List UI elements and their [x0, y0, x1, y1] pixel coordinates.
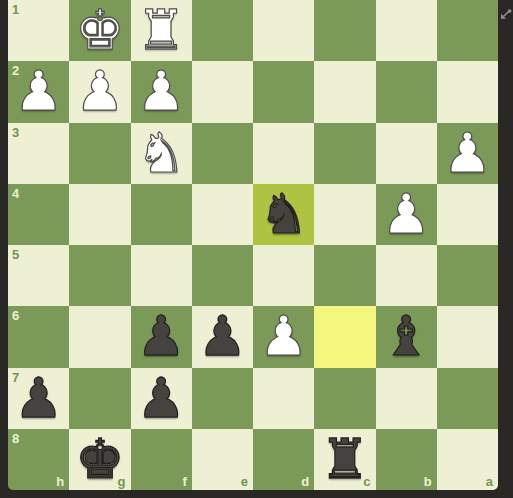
square-g5[interactable] [69, 245, 130, 306]
square-c2[interactable] [314, 61, 375, 122]
square-c6[interactable] [314, 306, 375, 367]
square-d1[interactable] [253, 0, 314, 61]
square-g1[interactable]: ♚ [69, 0, 130, 61]
file-label-a: a [486, 475, 493, 488]
square-f4[interactable] [131, 184, 192, 245]
square-g7[interactable] [69, 368, 130, 429]
square-c3[interactable] [314, 123, 375, 184]
square-h2[interactable]: 2♟ [8, 61, 69, 122]
piece-white-pawn-a3[interactable]: ♟ [437, 123, 498, 184]
piece-black-pawn-e6[interactable]: ♟ [192, 306, 253, 367]
square-b5[interactable] [376, 245, 437, 306]
rank-label-5: 5 [12, 248, 19, 261]
chess-board: 1♚♜2♟♟♟3♞♟4♞♟56♟♟♟♝7♟♟8hg♚fedc♜ba [8, 0, 498, 490]
square-d5[interactable] [253, 245, 314, 306]
file-label-h: h [56, 475, 64, 488]
square-e6[interactable]: ♟ [192, 306, 253, 367]
square-c4[interactable] [314, 184, 375, 245]
square-e5[interactable] [192, 245, 253, 306]
side-strip [498, 0, 513, 498]
square-a6[interactable] [437, 306, 498, 367]
piece-black-pawn-f6[interactable]: ♟ [131, 306, 192, 367]
square-h8[interactable]: 8h [8, 429, 69, 490]
piece-black-pawn-h7[interactable]: ♟ [8, 368, 69, 429]
square-h3[interactable]: 3 [8, 123, 69, 184]
square-d8[interactable]: d [253, 429, 314, 490]
square-e1[interactable] [192, 0, 253, 61]
square-a3[interactable]: ♟ [437, 123, 498, 184]
square-f3[interactable]: ♞ [131, 123, 192, 184]
rank-label-8: 8 [12, 432, 19, 445]
piece-black-knight-d4[interactable]: ♞ [253, 184, 314, 245]
square-a2[interactable] [437, 61, 498, 122]
piece-black-rook-c8[interactable]: ♜ [314, 429, 375, 490]
square-e8[interactable]: e [192, 429, 253, 490]
rank-label-3: 3 [12, 126, 19, 139]
square-f1[interactable]: ♜ [131, 0, 192, 61]
square-g4[interactable] [69, 184, 130, 245]
square-f6[interactable]: ♟ [131, 306, 192, 367]
file-label-d: d [301, 475, 309, 488]
file-label-f: f [182, 475, 186, 488]
square-a8[interactable]: a [437, 429, 498, 490]
square-f8[interactable]: f [131, 429, 192, 490]
board-frame: 1♚♜2♟♟♟3♞♟4♞♟56♟♟♟♝7♟♟8hg♚fedc♜ba [0, 0, 513, 498]
piece-black-pawn-f7[interactable]: ♟ [131, 368, 192, 429]
square-e7[interactable] [192, 368, 253, 429]
square-e2[interactable] [192, 61, 253, 122]
rank-label-6: 6 [12, 309, 19, 322]
square-h1[interactable]: 1 [8, 0, 69, 61]
square-f7[interactable]: ♟ [131, 368, 192, 429]
piece-white-rook-f1[interactable]: ♜ [131, 0, 192, 61]
square-b6[interactable]: ♝ [376, 306, 437, 367]
square-b7[interactable] [376, 368, 437, 429]
square-h6[interactable]: 6 [8, 306, 69, 367]
piece-black-king-g8[interactable]: ♚ [69, 429, 130, 490]
piece-black-bishop-b6[interactable]: ♝ [376, 306, 437, 367]
square-a1[interactable] [437, 0, 498, 61]
piece-white-pawn-g2[interactable]: ♟ [69, 61, 130, 122]
square-d6[interactable]: ♟ [253, 306, 314, 367]
square-a5[interactable] [437, 245, 498, 306]
square-d3[interactable] [253, 123, 314, 184]
square-f2[interactable]: ♟ [131, 61, 192, 122]
square-f5[interactable] [131, 245, 192, 306]
square-b2[interactable] [376, 61, 437, 122]
square-h5[interactable]: 5 [8, 245, 69, 306]
piece-white-pawn-b4[interactable]: ♟ [376, 184, 437, 245]
square-a7[interactable] [437, 368, 498, 429]
square-c7[interactable] [314, 368, 375, 429]
piece-white-pawn-h2[interactable]: ♟ [8, 61, 69, 122]
diagonal-arrow-icon [499, 8, 512, 21]
square-b1[interactable] [376, 0, 437, 61]
square-d4[interactable]: ♞ [253, 184, 314, 245]
square-g2[interactable]: ♟ [69, 61, 130, 122]
resize-handle-icon[interactable] [499, 7, 512, 20]
square-h7[interactable]: 7♟ [8, 368, 69, 429]
piece-white-pawn-f2[interactable]: ♟ [131, 61, 192, 122]
square-h4[interactable]: 4 [8, 184, 69, 245]
rank-label-1: 1 [12, 3, 19, 16]
square-b3[interactable] [376, 123, 437, 184]
square-g8[interactable]: g♚ [69, 429, 130, 490]
file-label-b: b [424, 475, 432, 488]
square-b8[interactable]: b [376, 429, 437, 490]
square-c1[interactable] [314, 0, 375, 61]
square-d2[interactable] [253, 61, 314, 122]
square-g3[interactable] [69, 123, 130, 184]
square-g6[interactable] [69, 306, 130, 367]
piece-white-pawn-d6[interactable]: ♟ [253, 306, 314, 367]
piece-white-king-g1[interactable]: ♚ [69, 0, 130, 61]
file-label-e: e [241, 475, 248, 488]
square-c5[interactable] [314, 245, 375, 306]
square-d7[interactable] [253, 368, 314, 429]
square-b4[interactable]: ♟ [376, 184, 437, 245]
square-c8[interactable]: c♜ [314, 429, 375, 490]
square-e4[interactable] [192, 184, 253, 245]
piece-white-knight-f3[interactable]: ♞ [131, 123, 192, 184]
square-a4[interactable] [437, 184, 498, 245]
rank-label-4: 4 [12, 187, 19, 200]
square-e3[interactable] [192, 123, 253, 184]
